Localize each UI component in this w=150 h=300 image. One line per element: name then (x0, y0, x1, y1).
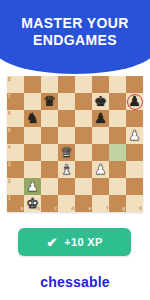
square-g2[interactable] (109, 178, 126, 195)
square-e3[interactable] (75, 161, 92, 178)
square-f5[interactable] (92, 127, 109, 144)
rank-label-4: 4 (8, 145, 11, 150)
rank-label-1: 1 (8, 196, 11, 201)
square-d6[interactable] (58, 110, 75, 127)
square-d4[interactable]: ♛ (58, 144, 75, 161)
square-b3[interactable] (24, 161, 41, 178)
square-b6[interactable]: ♞ (24, 110, 41, 127)
file-label-g: g (122, 206, 125, 211)
file-label-a: a (20, 206, 23, 211)
square-c4[interactable] (41, 144, 58, 161)
white-pawn: ♟ (92, 161, 109, 178)
square-c7[interactable]: ♛ (41, 93, 58, 110)
square-h7[interactable]: ♟ (126, 93, 143, 110)
square-f4[interactable] (92, 144, 109, 161)
square-a3[interactable]: 3 (7, 161, 24, 178)
square-h8[interactable] (126, 76, 143, 93)
square-f6[interactable]: ♟ (92, 110, 109, 127)
square-c3[interactable] (41, 161, 58, 178)
square-g1[interactable]: g (109, 195, 126, 212)
file-label-c: c (54, 206, 57, 211)
square-d3[interactable]: ♝ (58, 161, 75, 178)
square-g8[interactable] (109, 76, 126, 93)
square-e4[interactable] (75, 144, 92, 161)
square-c6[interactable] (41, 110, 58, 127)
square-g5[interactable] (109, 127, 126, 144)
square-a4[interactable]: 4 (7, 144, 24, 161)
square-a8[interactable]: 8 (7, 76, 24, 93)
square-b4[interactable] (24, 144, 41, 161)
black-queen: ♛ (41, 93, 58, 110)
square-e5[interactable] (75, 127, 92, 144)
file-label-d: d (71, 206, 74, 211)
square-a5[interactable]: 5 (7, 127, 24, 144)
square-c1[interactable]: c (41, 195, 58, 212)
square-b2[interactable]: ♟ (24, 178, 41, 195)
square-h5[interactable]: ♟ (126, 127, 143, 144)
square-a7[interactable]: 7 (7, 93, 24, 110)
square-a1[interactable]: 1a (7, 195, 24, 212)
white-bishop: ♝ (58, 161, 75, 178)
square-f2[interactable] (92, 178, 109, 195)
banner: MASTER YOUR ENDGAMES (0, 0, 150, 74)
square-b7[interactable] (24, 93, 41, 110)
square-b1[interactable]: b♚ (24, 195, 41, 212)
square-h2[interactable] (126, 178, 143, 195)
xp-reward-button[interactable]: ✔ +10 XP (18, 228, 131, 256)
square-c5[interactable] (41, 127, 58, 144)
square-g6[interactable] (109, 110, 126, 127)
square-g4[interactable] (109, 144, 126, 161)
square-a2[interactable]: 2 (7, 178, 24, 195)
square-e8[interactable] (75, 76, 92, 93)
square-a6[interactable]: 6 (7, 110, 24, 127)
rank-label-8: 8 (8, 77, 11, 82)
xp-reward-label: +10 XP (64, 236, 102, 248)
square-h3[interactable] (126, 161, 143, 178)
white-pawn: ♟ (24, 178, 41, 195)
square-d5[interactable] (58, 127, 75, 144)
square-e2[interactable] (75, 178, 92, 195)
square-g7[interactable] (109, 93, 126, 110)
square-e7[interactable] (75, 93, 92, 110)
chess-board[interactable]: 87♛♚♟6♞♟5♟4♛3♝♟2♟1ab♚cdefgh (7, 76, 143, 212)
file-label-e: e (88, 206, 91, 211)
square-h6[interactable] (126, 110, 143, 127)
banner-title-line1: MASTER YOUR (0, 0, 150, 31)
rank-label-6: 6 (8, 111, 11, 116)
square-d8[interactable] (58, 76, 75, 93)
square-h4[interactable] (126, 144, 143, 161)
square-h1[interactable]: h (126, 195, 143, 212)
rank-label-3: 3 (8, 162, 11, 167)
square-f7[interactable]: ♚ (92, 93, 109, 110)
white-queen: ♛ (58, 144, 75, 161)
square-d1[interactable]: d (58, 195, 75, 212)
square-g3[interactable] (109, 161, 126, 178)
square-c8[interactable] (41, 76, 58, 93)
file-label-b: b (37, 206, 40, 211)
square-e6[interactable] (75, 110, 92, 127)
square-f3[interactable]: ♟ (92, 161, 109, 178)
file-label-f: f (107, 206, 109, 211)
square-b5[interactable] (24, 127, 41, 144)
rank-label-5: 5 (8, 128, 11, 133)
chessable-logo: chessable (0, 274, 150, 290)
black-knight: ♞ (24, 110, 41, 127)
file-label-h: h (139, 206, 142, 211)
black-king: ♚ (92, 93, 109, 110)
target-circle-icon (127, 94, 143, 110)
square-f8[interactable] (92, 76, 109, 93)
rank-label-7: 7 (8, 94, 11, 99)
square-d7[interactable] (58, 93, 75, 110)
rank-label-2: 2 (8, 179, 11, 184)
white-pawn: ♟ (126, 127, 143, 144)
check-icon: ✔ (46, 236, 57, 249)
banner-title-line2: ENDGAMES (0, 32, 150, 48)
black-pawn: ♟ (92, 110, 109, 127)
square-f1[interactable]: f (92, 195, 109, 212)
square-c2[interactable] (41, 178, 58, 195)
square-d2[interactable] (58, 178, 75, 195)
square-e1[interactable]: e (75, 195, 92, 212)
square-b8[interactable] (24, 76, 41, 93)
